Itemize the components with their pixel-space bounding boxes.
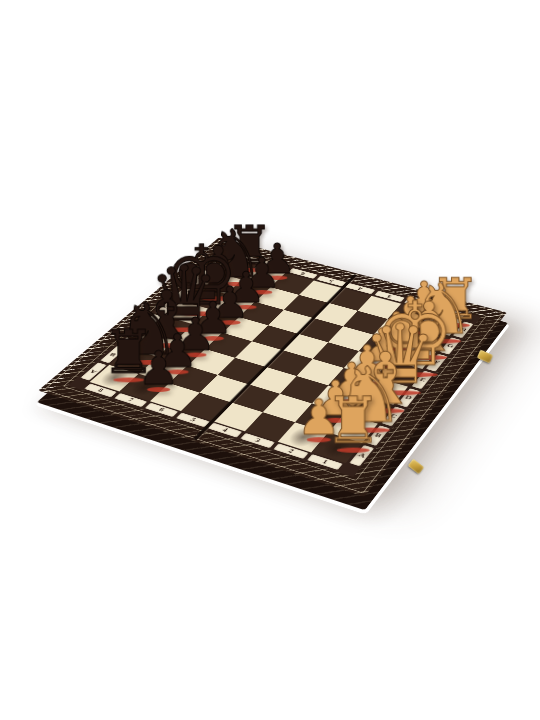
chess-board: 87654321 87654321 ABCDEFGH ABCDEFGH ♜♞♝♛… — [38, 237, 507, 496]
black-pawn[interactable]: ♟ — [138, 347, 180, 391]
square-d4[interactable] — [266, 350, 313, 376]
product-photo-scene: 87654321 87654321 ABCDEFGH ABCDEFGH ♜♞♝♛… — [0, 0, 540, 720]
board-perspective-stage: 87654321 87654321 ABCDEFGH ABCDEFGH ♜♞♝♛… — [38, 237, 507, 496]
white-rook[interactable]: ♜ — [324, 391, 381, 452]
brass-clasp-lower — [408, 459, 425, 475]
